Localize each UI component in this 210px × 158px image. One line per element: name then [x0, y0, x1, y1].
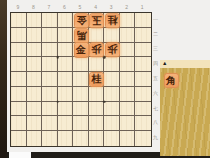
file-label: 3 [103, 5, 119, 10]
board-cell[interactable] [58, 102, 74, 117]
board-cell[interactable] [11, 57, 27, 72]
board-cell[interactable] [120, 87, 136, 102]
star-point [103, 100, 106, 103]
piece-gold-5a[interactable]: 金 [75, 14, 88, 27]
file-label: 8 [26, 5, 42, 10]
board-cell[interactable] [11, 116, 27, 131]
board-cell[interactable] [42, 13, 58, 28]
board-cell[interactable] [73, 72, 89, 87]
board-cell[interactable] [73, 131, 89, 146]
board-cell[interactable] [135, 43, 151, 58]
piece-pawn-4c[interactable]: 歩 [90, 43, 103, 56]
board-cell[interactable] [58, 72, 74, 87]
board-cell[interactable] [58, 116, 74, 131]
board-cell[interactable] [104, 57, 120, 72]
rank-label: 二 [153, 32, 159, 37]
board-cell[interactable] [135, 28, 151, 43]
board-cell[interactable] [104, 102, 120, 117]
board-cell[interactable] [135, 116, 151, 131]
board-cell[interactable] [42, 131, 58, 146]
sente-to-move-marker: ▲ [162, 61, 167, 67]
board-cell[interactable] [27, 131, 43, 146]
board-cell[interactable] [27, 72, 43, 87]
board-cell[interactable] [27, 57, 43, 72]
hand-piece-bishop[interactable]: 角 [165, 74, 178, 87]
board-cell[interactable] [120, 28, 136, 43]
board-cell[interactable] [11, 87, 27, 102]
board-cell[interactable] [135, 131, 151, 146]
page: 987654321 金玉桂馬歩歩金桂 一二三四五六七八九 ▲ 角 [0, 0, 210, 158]
komadai-body: 角 [160, 68, 210, 156]
page-left-border [0, 0, 7, 158]
board-cell[interactable] [120, 131, 136, 146]
rank-label: 九 [153, 135, 159, 140]
board-cell[interactable] [11, 13, 27, 28]
board-cell[interactable] [135, 87, 151, 102]
board-cell[interactable] [58, 13, 74, 28]
board-cell[interactable] [27, 43, 43, 58]
rank-label: 五 [153, 76, 159, 81]
board-cell[interactable] [42, 57, 58, 72]
board-cell[interactable] [11, 102, 27, 117]
board-cell[interactable] [89, 28, 105, 43]
board-cell[interactable] [120, 72, 136, 87]
board-cell[interactable] [58, 87, 74, 102]
board-cell[interactable] [120, 43, 136, 58]
rank-label: 七 [153, 106, 159, 111]
star-point [56, 56, 59, 59]
board-cell[interactable] [89, 116, 105, 131]
board-cell[interactable] [89, 131, 105, 146]
board-cell[interactable] [104, 28, 120, 43]
bottom-left-chip [9, 152, 31, 158]
file-label: 1 [134, 5, 150, 10]
file-label: 9 [10, 5, 26, 10]
file-label: 2 [119, 5, 135, 10]
board-cell[interactable] [42, 28, 58, 43]
board-cell[interactable] [42, 43, 58, 58]
board-cell[interactable] [58, 57, 74, 72]
board-cell[interactable] [135, 13, 151, 28]
file-label: 6 [57, 5, 73, 10]
board-cell[interactable] [27, 87, 43, 102]
board-cell[interactable] [135, 72, 151, 87]
board-cell[interactable] [104, 87, 120, 102]
board-cell[interactable] [58, 131, 74, 146]
board-cell[interactable] [120, 102, 136, 117]
board-cell[interactable] [104, 116, 120, 131]
board-cell[interactable] [11, 131, 27, 146]
board-cell[interactable] [27, 116, 43, 131]
piece-pawn-3c[interactable]: 歩 [106, 43, 119, 56]
board-cell[interactable] [42, 72, 58, 87]
board-cell[interactable] [120, 116, 136, 131]
board-cell[interactable] [135, 57, 151, 72]
komadai: ▲ 角 [160, 60, 210, 156]
board-cell[interactable] [104, 131, 120, 146]
board-cell[interactable] [58, 28, 74, 43]
board-cell[interactable] [104, 72, 120, 87]
board-cell[interactable] [73, 87, 89, 102]
piece-promoted-bishop-5b[interactable]: 馬 [75, 29, 88, 42]
file-label: 5 [72, 5, 88, 10]
piece-gold-5c[interactable]: 金 [75, 43, 88, 56]
board-cell[interactable] [135, 102, 151, 117]
shogi-board: 金玉桂馬歩歩金桂 [10, 12, 152, 147]
rank-label: 六 [153, 91, 159, 96]
board-cell[interactable] [27, 28, 43, 43]
board-cell[interactable] [11, 72, 27, 87]
board-cell[interactable] [42, 116, 58, 131]
board-cell[interactable] [11, 28, 27, 43]
star-point [103, 56, 106, 59]
piece-knight-4e[interactable]: 桂 [90, 73, 103, 86]
rank-label: 八 [153, 120, 159, 125]
board-cell[interactable] [89, 87, 105, 102]
board-cell[interactable] [73, 102, 89, 117]
rank-label: 一 [153, 17, 159, 22]
board-cell[interactable] [89, 57, 105, 72]
board-cell[interactable] [58, 43, 74, 58]
board-cell[interactable] [27, 13, 43, 28]
file-label: 7 [41, 5, 57, 10]
board-cell[interactable] [89, 102, 105, 117]
board-cell[interactable] [42, 102, 58, 117]
board-cell[interactable] [120, 13, 136, 28]
board-cell[interactable] [42, 87, 58, 102]
star-point [56, 100, 59, 103]
board-cell[interactable] [73, 116, 89, 131]
komadai-header: ▲ [160, 60, 210, 68]
board-cell[interactable] [73, 57, 89, 72]
board-cell[interactable] [27, 102, 43, 117]
rank-label: 三 [153, 46, 159, 51]
piece-knight-3a[interactable]: 桂 [106, 14, 119, 27]
piece-king-4a[interactable]: 玉 [90, 14, 103, 27]
board-cell[interactable] [120, 57, 136, 72]
rank-label: 四 [153, 61, 159, 66]
board-cell[interactable] [11, 43, 27, 58]
file-label: 4 [88, 5, 104, 10]
